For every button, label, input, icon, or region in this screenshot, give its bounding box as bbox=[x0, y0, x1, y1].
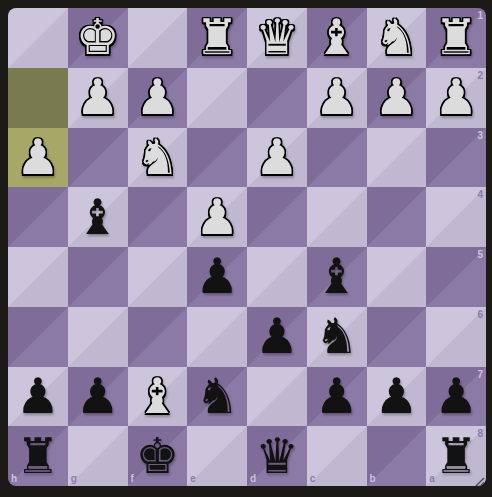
square-b8[interactable]: b bbox=[367, 426, 427, 486]
square-b3[interactable] bbox=[367, 128, 427, 188]
square-f5[interactable] bbox=[128, 247, 188, 307]
square-h2[interactable] bbox=[8, 68, 68, 128]
square-d8[interactable]: ♛d bbox=[247, 426, 307, 486]
square-b2[interactable]: ♟ bbox=[367, 68, 427, 128]
square-f2[interactable]: ♟ bbox=[128, 68, 188, 128]
square-d7[interactable] bbox=[247, 367, 307, 427]
square-f3[interactable]: ♞ bbox=[128, 128, 188, 188]
piece-black-queen[interactable]: ♛ bbox=[247, 426, 307, 486]
piece-black-rook[interactable]: ♜ bbox=[8, 426, 68, 486]
square-e4[interactable]: ♟ bbox=[187, 187, 247, 247]
square-h3[interactable]: ♟ bbox=[8, 128, 68, 188]
square-f6[interactable] bbox=[128, 307, 188, 367]
square-g2[interactable]: ♟ bbox=[68, 68, 128, 128]
square-b1[interactable]: ♞ bbox=[367, 8, 427, 68]
square-d4[interactable] bbox=[247, 187, 307, 247]
piece-white-bishop[interactable]: ♝ bbox=[307, 8, 367, 68]
square-h5[interactable] bbox=[8, 247, 68, 307]
piece-black-bishop[interactable]: ♝ bbox=[307, 247, 367, 307]
piece-white-knight[interactable]: ♞ bbox=[367, 8, 427, 68]
square-f1[interactable] bbox=[128, 8, 188, 68]
square-c4[interactable] bbox=[307, 187, 367, 247]
piece-black-pawn[interactable]: ♟ bbox=[68, 367, 128, 427]
square-a6[interactable]: 6 bbox=[426, 307, 486, 367]
square-f4[interactable] bbox=[128, 187, 188, 247]
piece-white-pawn[interactable]: ♟ bbox=[68, 68, 128, 128]
square-a2[interactable]: ♟2 bbox=[426, 68, 486, 128]
square-d2[interactable] bbox=[247, 68, 307, 128]
square-d5[interactable] bbox=[247, 247, 307, 307]
square-e2[interactable] bbox=[187, 68, 247, 128]
resize-handle-icon[interactable] bbox=[474, 474, 485, 485]
piece-black-pawn[interactable]: ♟ bbox=[367, 367, 427, 427]
square-e1[interactable]: ♜ bbox=[187, 8, 247, 68]
square-a4[interactable]: 4 bbox=[426, 187, 486, 247]
square-c6[interactable]: ♞ bbox=[307, 307, 367, 367]
piece-black-knight[interactable]: ♞ bbox=[187, 367, 247, 427]
square-d6[interactable]: ♟ bbox=[247, 307, 307, 367]
piece-black-pawn[interactable]: ♟ bbox=[8, 367, 68, 427]
square-b7[interactable]: ♟ bbox=[367, 367, 427, 427]
square-b5[interactable] bbox=[367, 247, 427, 307]
square-h8[interactable]: ♜h bbox=[8, 426, 68, 486]
piece-black-knight[interactable]: ♞ bbox=[307, 307, 367, 367]
square-b6[interactable] bbox=[367, 307, 427, 367]
piece-white-rook[interactable]: ♜ bbox=[187, 8, 247, 68]
square-h7[interactable]: ♟ bbox=[8, 367, 68, 427]
square-g4[interactable]: ♝ bbox=[68, 187, 128, 247]
piece-black-pawn[interactable]: ♟ bbox=[426, 367, 486, 427]
square-d1[interactable]: ♛ bbox=[247, 8, 307, 68]
piece-white-bishop[interactable]: ♝ bbox=[128, 367, 188, 427]
square-f8[interactable]: ♚f bbox=[128, 426, 188, 486]
square-d3[interactable]: ♟ bbox=[247, 128, 307, 188]
piece-black-pawn[interactable]: ♟ bbox=[307, 367, 367, 427]
square-c8[interactable]: c bbox=[307, 426, 367, 486]
square-a8[interactable]: ♜a8 bbox=[426, 426, 486, 486]
square-c7[interactable]: ♟ bbox=[307, 367, 367, 427]
chess-board: ♚♜♛♝♞♜1♟♟♟♟♟2♟♞♟3♝♟4♟♝5♟♞6♟♟♝♞♟♟♟7♜hg♚fe… bbox=[8, 8, 486, 486]
square-e8[interactable]: e bbox=[187, 426, 247, 486]
file-label: g bbox=[71, 474, 77, 484]
piece-white-pawn[interactable]: ♟ bbox=[187, 187, 247, 247]
file-label: c bbox=[310, 474, 316, 484]
square-e3[interactable] bbox=[187, 128, 247, 188]
rank-label: 4 bbox=[477, 190, 483, 200]
piece-white-queen[interactable]: ♛ bbox=[247, 8, 307, 68]
piece-white-king[interactable]: ♚ bbox=[68, 8, 128, 68]
square-c5[interactable]: ♝ bbox=[307, 247, 367, 307]
square-c3[interactable] bbox=[307, 128, 367, 188]
square-a7[interactable]: ♟7 bbox=[426, 367, 486, 427]
square-g3[interactable] bbox=[68, 128, 128, 188]
square-a3[interactable]: 3 bbox=[426, 128, 486, 188]
piece-black-bishop[interactable]: ♝ bbox=[68, 187, 128, 247]
square-e6[interactable] bbox=[187, 307, 247, 367]
file-label: e bbox=[190, 474, 196, 484]
square-h6[interactable] bbox=[8, 307, 68, 367]
square-g6[interactable] bbox=[68, 307, 128, 367]
piece-black-king[interactable]: ♚ bbox=[128, 426, 188, 486]
piece-white-rook[interactable]: ♜ bbox=[426, 8, 486, 68]
square-g7[interactable]: ♟ bbox=[68, 367, 128, 427]
piece-white-pawn[interactable]: ♟ bbox=[426, 68, 486, 128]
square-g8[interactable]: g bbox=[68, 426, 128, 486]
piece-white-pawn[interactable]: ♟ bbox=[128, 68, 188, 128]
piece-black-pawn[interactable]: ♟ bbox=[187, 247, 247, 307]
rank-label: 6 bbox=[477, 310, 483, 320]
square-a1[interactable]: ♜1 bbox=[426, 8, 486, 68]
square-h4[interactable] bbox=[8, 187, 68, 247]
square-f7[interactable]: ♝ bbox=[128, 367, 188, 427]
piece-white-pawn[interactable]: ♟ bbox=[8, 128, 68, 188]
piece-white-knight[interactable]: ♞ bbox=[128, 128, 188, 188]
square-e5[interactable]: ♟ bbox=[187, 247, 247, 307]
square-g5[interactable] bbox=[68, 247, 128, 307]
piece-black-pawn[interactable]: ♟ bbox=[247, 307, 307, 367]
square-e7[interactable]: ♞ bbox=[187, 367, 247, 427]
square-a5[interactable]: 5 bbox=[426, 247, 486, 307]
square-c2[interactable]: ♟ bbox=[307, 68, 367, 128]
file-label: b bbox=[370, 474, 376, 484]
piece-white-pawn[interactable]: ♟ bbox=[247, 128, 307, 188]
piece-white-pawn[interactable]: ♟ bbox=[367, 68, 427, 128]
square-c1[interactable]: ♝ bbox=[307, 8, 367, 68]
square-g1[interactable]: ♚ bbox=[68, 8, 128, 68]
square-b4[interactable] bbox=[367, 187, 427, 247]
piece-white-pawn[interactable]: ♟ bbox=[307, 68, 367, 128]
square-h1[interactable] bbox=[8, 8, 68, 68]
rank-label: 3 bbox=[477, 131, 483, 141]
rank-label: 5 bbox=[477, 250, 483, 260]
